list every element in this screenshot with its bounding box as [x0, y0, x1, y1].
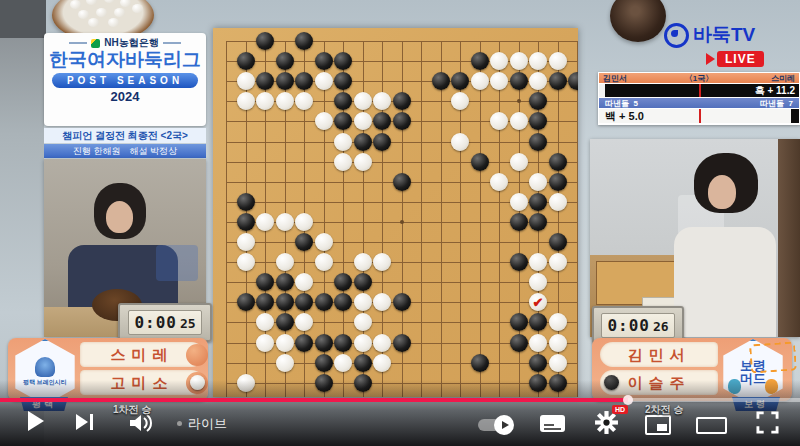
white-stone [354, 153, 372, 171]
white-stone [276, 354, 294, 372]
scoreboard: 김민서 〈1국〉 스미레 흑 + 11.2 따낸돌 5 따낸돌 7 백 + 5.… [598, 72, 800, 125]
league-title: 한국여자바둑리그 [44, 50, 206, 71]
dark-stone-bowl [610, 0, 666, 42]
white-stone [471, 72, 489, 90]
autoplay-knob [494, 415, 514, 435]
white-stone [549, 313, 567, 331]
white-stone [510, 52, 528, 70]
door-frame [778, 139, 800, 337]
black-stone [334, 112, 352, 130]
black-stone [334, 92, 352, 110]
black-stone [510, 313, 528, 331]
white-score-bar: 백 + 5.0 [599, 109, 799, 123]
bowl-white-stone [70, 0, 81, 9]
go-board[interactable]: ✔ [213, 28, 578, 397]
black-stone [276, 313, 294, 331]
sponsor-watermark [156, 245, 198, 281]
black-stone [295, 72, 313, 90]
bowl-white-stone [104, 0, 115, 3]
captions-icon[interactable] [540, 415, 565, 432]
black-stone [237, 52, 255, 70]
right-clock-seconds: 26 [653, 319, 669, 334]
black-stone [393, 92, 411, 110]
right-clock-display: 0:00 26 [601, 313, 674, 338]
black-stone [295, 233, 313, 251]
black-stone [295, 334, 313, 352]
captures-left: 따낸돌 5 [605, 98, 638, 109]
white-stone [373, 354, 391, 372]
white-winrate-sliver [599, 84, 605, 97]
left-clock-time: 0:00 [134, 313, 177, 332]
black-stone [354, 133, 372, 151]
progress-played [0, 398, 628, 402]
black-stone [471, 52, 489, 70]
white-stone [237, 233, 255, 251]
white-stone [529, 334, 547, 352]
live-play-icon [706, 53, 715, 65]
black-stone [315, 293, 333, 311]
black-stone [334, 293, 352, 311]
board-grid-line [421, 41, 422, 397]
play-button[interactable] [28, 411, 44, 431]
white-stone [276, 334, 294, 352]
black-stone [529, 112, 547, 130]
black-score-bar: 흑 + 11.2 [599, 84, 799, 97]
scoreboard-left-player: 김민서 [603, 73, 627, 84]
black-stone [354, 354, 372, 372]
black-stone [510, 334, 528, 352]
white-stone [451, 92, 469, 110]
black-stone [529, 313, 547, 331]
brain-city-icon [35, 357, 55, 377]
white-stone [256, 334, 274, 352]
live-label[interactable]: 라이브 [188, 415, 227, 433]
white-stone [490, 72, 508, 90]
white-stone [276, 213, 294, 231]
white-stone [256, 213, 274, 231]
black-stone [237, 193, 255, 211]
black-stone [256, 273, 274, 291]
right-player1-name: 김민서 [600, 342, 718, 367]
white-stone [295, 213, 313, 231]
white-stone [490, 112, 508, 130]
badukTV-logo: 바둑TV [664, 22, 755, 48]
white-stone [237, 253, 255, 271]
left-clock-display: 0:00 25 [128, 310, 201, 335]
black-stone [393, 112, 411, 130]
next-button[interactable] [76, 414, 93, 430]
black-stone [334, 273, 352, 291]
black-stone [334, 52, 352, 70]
white-stone [529, 173, 547, 191]
white-stone [549, 193, 567, 211]
right-player-body [674, 227, 776, 337]
black-stone [529, 354, 547, 372]
plate-tab [186, 344, 208, 366]
white-stone [490, 52, 508, 70]
white-stone [373, 334, 391, 352]
black-stone [393, 173, 411, 191]
white-stone [549, 334, 567, 352]
left-game-clock: 0:00 25 [118, 303, 212, 342]
white-stone [295, 313, 313, 331]
board-grid-line [577, 41, 578, 397]
league-logo-card: NH농협은행 한국여자바둑리그 POST SEASON 2024 [44, 33, 206, 126]
black-stone [334, 72, 352, 90]
black-stone [315, 52, 333, 70]
left-clock-seconds: 25 [180, 316, 196, 331]
bowl-white-stone [86, 0, 97, 5]
white-stone [334, 354, 352, 372]
white-stone [373, 293, 391, 311]
white-stone [549, 354, 567, 372]
white-stone [354, 334, 372, 352]
center-line [699, 109, 701, 123]
black-winrate-sliver [791, 109, 799, 123]
black-stone [529, 213, 547, 231]
live-indicator: LIVE [706, 51, 764, 67]
black-stone [256, 293, 274, 311]
white-stone [237, 72, 255, 90]
white-stone [549, 52, 567, 70]
white-stone [295, 273, 313, 291]
white-stone [354, 253, 372, 271]
season-year: 2024 [44, 89, 206, 104]
fullscreen-button[interactable] [756, 411, 779, 434]
left-player-face [106, 201, 133, 233]
black-stone [510, 213, 528, 231]
white-stone [256, 313, 274, 331]
star-point [400, 220, 404, 224]
black-stone [276, 52, 294, 70]
black-stone [549, 153, 567, 171]
scoreboard-right-player: 스미레 [771, 73, 795, 84]
white-stone [510, 112, 528, 130]
black-stone [295, 293, 313, 311]
black-stone [432, 72, 450, 90]
white-stone [529, 52, 547, 70]
sponsor-name: NH농협은행 [104, 36, 158, 50]
white-stone [354, 112, 372, 130]
black-stone [510, 253, 528, 271]
white-stone [490, 173, 508, 191]
broadcast-frame: ✔ NH농협은행 한국여자바둑리그 POST SEASON 2024 챔피언 결… [0, 0, 800, 446]
black-stone [276, 293, 294, 311]
white-stone [315, 253, 333, 271]
scoreboard-players-row: 김민서 〈1국〉 스미레 [599, 73, 799, 83]
white-stone [510, 153, 528, 171]
white-stone [529, 72, 547, 90]
white-stone [529, 253, 547, 271]
black-stone [549, 233, 567, 251]
star-point [517, 99, 521, 103]
white-stone [549, 253, 567, 271]
bowl-white-stone [120, 0, 131, 7]
deco-line [69, 42, 87, 44]
white-stone [451, 133, 469, 151]
black-stone [451, 72, 469, 90]
black-stone [276, 273, 294, 291]
badukTV-circle-icon [664, 23, 689, 48]
bowl-white-stone [108, 18, 119, 27]
right-series-result: 2차전 승 [645, 403, 683, 417]
video-progress-bar[interactable] [0, 398, 800, 402]
scoreboard-game-number: 〈1국〉 [685, 73, 713, 84]
black-stone [471, 354, 489, 372]
bowl-white-stone [88, 18, 99, 27]
white-stone [276, 92, 294, 110]
black-stone [256, 72, 274, 90]
board-grid-line [480, 41, 481, 397]
captures-right: 따낸돌 7 [760, 98, 793, 109]
black-stone [549, 173, 567, 191]
progress-scrubber[interactable] [623, 395, 633, 405]
post-season-banner: POST SEASON [52, 73, 198, 88]
black-stone [315, 354, 333, 372]
black-stone [549, 72, 567, 90]
miniplayer-button[interactable] [645, 415, 671, 435]
bowl-white-stone [114, 8, 125, 17]
next-icon [76, 414, 88, 430]
right-clock-time: 0:00 [607, 316, 650, 335]
white-stone [373, 253, 391, 271]
play-icon [28, 411, 44, 431]
captures-row: 따낸돌 5 따낸돌 7 [599, 98, 799, 108]
black-stone [334, 334, 352, 352]
black-stone [393, 334, 411, 352]
black-stone [510, 72, 528, 90]
black-stone [529, 133, 547, 151]
match-title: 챔피언 결정전 최종전 <2국> [44, 128, 206, 143]
white-stone [334, 153, 352, 171]
white-stone [354, 313, 372, 331]
black-stone [568, 72, 578, 90]
white-stone [315, 112, 333, 130]
board-grid-line [226, 242, 577, 243]
black-score-text: 흑 + 11.2 [755, 84, 795, 98]
fullscreen-icon [756, 411, 779, 434]
white-stone [334, 133, 352, 151]
bowl-white-stone [78, 10, 89, 19]
center-line [699, 84, 701, 97]
white-stone [510, 193, 528, 211]
autoplay-toggle[interactable] [478, 419, 510, 431]
host-commentator-bar: 진행 한해원 해설 박정상 [44, 144, 206, 158]
theater-mode-button[interactable] [696, 417, 727, 434]
white-stone [237, 92, 255, 110]
white-stone [315, 233, 333, 251]
black-stone [295, 32, 313, 50]
live-dot-icon [177, 421, 182, 426]
black-stone [373, 133, 391, 151]
studio-background-corner [0, 0, 46, 38]
left-series-result: 1차전 승 [113, 403, 151, 417]
sponsor-row: NH농협은행 [44, 36, 206, 50]
right-player-face [708, 175, 736, 209]
black-stone [529, 92, 547, 110]
board-grid-line [226, 41, 227, 397]
white-stone [529, 273, 547, 291]
last-move-marker: ✔ [533, 296, 544, 309]
bowl-white-stone [96, 8, 107, 17]
white-stone [256, 92, 274, 110]
live-badge: LIVE [717, 51, 764, 67]
promo-dashed-box [749, 341, 797, 373]
white-score-text: 백 + 5.0 [605, 109, 644, 124]
white-stone [295, 92, 313, 110]
black-stone [276, 72, 294, 90]
black-stone [373, 112, 391, 130]
black-stone [529, 193, 547, 211]
board-grid-line [499, 41, 500, 397]
board-grid-line [441, 41, 442, 397]
badukTV-wordmark: 바둑TV [693, 22, 755, 48]
black-stone [237, 293, 255, 311]
white-stone [354, 92, 372, 110]
black-stone [354, 273, 372, 291]
black-stone [393, 293, 411, 311]
black-stone [237, 213, 255, 231]
white-stone [373, 92, 391, 110]
bowl-white-stone [132, 4, 143, 13]
black-stone [471, 153, 489, 171]
deco-line [163, 42, 181, 44]
black-stone [315, 334, 333, 352]
hd-quality-badge: HD [612, 405, 628, 414]
black-stone [256, 32, 274, 50]
white-stone [315, 72, 333, 90]
white-stone [354, 293, 372, 311]
nh-bank-icon [91, 39, 100, 48]
white-stone: ✔ [529, 293, 547, 311]
white-stone [276, 253, 294, 271]
